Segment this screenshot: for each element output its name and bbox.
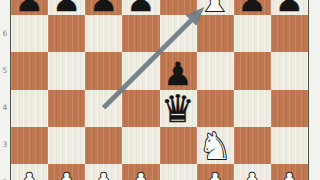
square-g3[interactable] [234,127,271,164]
square-g6[interactable] [234,15,271,52]
square-a3[interactable] [11,127,48,164]
square-h7[interactable] [271,0,308,15]
square-f3[interactable] [197,127,234,164]
rank-label-3: 3 [1,140,9,149]
square-d6[interactable] [122,15,159,52]
square-g2[interactable] [234,164,271,180]
square-a4[interactable] [11,90,48,127]
square-c7[interactable] [85,0,122,15]
square-e3[interactable] [160,127,197,164]
square-d5[interactable] [122,52,159,89]
rank-label-7: 7 [1,0,9,1]
square-b4[interactable] [48,90,85,127]
square-b6[interactable] [48,15,85,52]
square-a6[interactable] [11,15,48,52]
square-b7[interactable] [48,0,85,15]
square-b2[interactable] [48,164,85,180]
square-c6[interactable] [85,15,122,52]
square-h5[interactable] [271,52,308,89]
square-e7[interactable] [160,0,197,15]
square-e2[interactable] [160,164,197,180]
square-g7[interactable] [234,0,271,15]
rank-label-2: 2 [1,178,9,180]
square-f5[interactable] [197,52,234,89]
square-b3[interactable] [48,127,85,164]
rank-label-5: 5 [1,66,9,75]
square-c4[interactable] [85,90,122,127]
square-b5[interactable] [48,52,85,89]
square-e6[interactable] [160,15,197,52]
square-d2[interactable] [122,164,159,180]
square-h6[interactable] [271,15,308,52]
chess-board [10,0,309,180]
square-h3[interactable] [271,127,308,164]
square-c5[interactable] [85,52,122,89]
square-f6[interactable] [197,15,234,52]
square-a7[interactable] [11,0,48,15]
chess-diagram: 765432 ♟♟♟♟♝♟♟♟♛♞♟♟♟♟♟♟♟ [0,0,320,180]
square-d4[interactable] [122,90,159,127]
square-g4[interactable] [234,90,271,127]
square-a2[interactable] [11,164,48,180]
square-e5[interactable] [160,52,197,89]
square-c2[interactable] [85,164,122,180]
square-e4[interactable] [160,90,197,127]
square-h4[interactable] [271,90,308,127]
square-f4[interactable] [197,90,234,127]
square-d7[interactable] [122,0,159,15]
square-c3[interactable] [85,127,122,164]
square-a5[interactable] [11,52,48,89]
square-f2[interactable] [197,164,234,180]
square-f7[interactable] [197,0,234,15]
rank-label-4: 4 [1,103,9,112]
square-d3[interactable] [122,127,159,164]
square-h2[interactable] [271,164,308,180]
rank-label-6: 6 [1,29,9,38]
square-g5[interactable] [234,52,271,89]
